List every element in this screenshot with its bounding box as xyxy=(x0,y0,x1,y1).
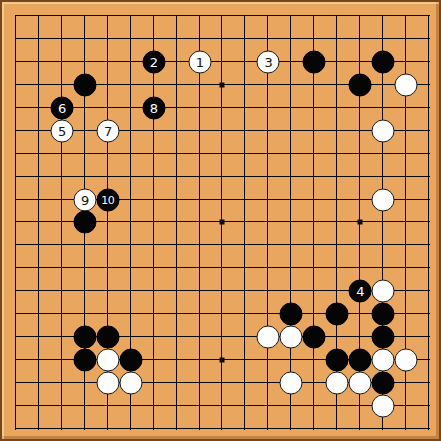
move-number-label: 3 xyxy=(264,55,272,68)
move-number-label: 7 xyxy=(104,124,112,137)
move-9-white-stone[interactable]: 9 xyxy=(73,188,96,211)
black-stone[interactable] xyxy=(326,349,349,372)
black-stone[interactable] xyxy=(372,50,395,73)
move-number-label: 1 xyxy=(196,55,204,68)
black-stone[interactable] xyxy=(96,326,119,349)
move-5-white-stone[interactable]: 5 xyxy=(50,119,73,142)
white-stone[interactable] xyxy=(280,326,303,349)
move-6-black-stone[interactable]: 6 xyxy=(50,96,73,119)
black-stone[interactable] xyxy=(349,349,372,372)
move-1-white-stone[interactable]: 1 xyxy=(188,50,211,73)
move-4-black-stone[interactable]: 4 xyxy=(349,280,372,303)
star-point xyxy=(220,220,225,225)
black-stone[interactable] xyxy=(372,303,395,326)
black-stone[interactable] xyxy=(73,211,96,234)
move-number-label: 6 xyxy=(58,101,66,114)
black-stone[interactable] xyxy=(326,303,349,326)
move-3-white-stone[interactable]: 3 xyxy=(257,50,280,73)
move-number-label: 8 xyxy=(150,101,158,114)
white-stone[interactable] xyxy=(257,326,280,349)
move-2-black-stone[interactable]: 2 xyxy=(142,50,165,73)
white-stone[interactable] xyxy=(349,372,372,395)
move-10-black-stone[interactable]: 10 xyxy=(96,188,119,211)
black-stone[interactable] xyxy=(73,349,96,372)
white-stone[interactable] xyxy=(372,188,395,211)
move-number-label: 9 xyxy=(81,193,89,206)
white-stone[interactable] xyxy=(372,280,395,303)
black-stone[interactable] xyxy=(372,326,395,349)
go-board-diagram: 21368579104 xyxy=(0,0,441,441)
star-point xyxy=(358,220,363,225)
white-stone[interactable] xyxy=(96,349,119,372)
black-stone[interactable] xyxy=(119,349,142,372)
white-stone[interactable] xyxy=(395,73,418,96)
go-board[interactable]: 21368579104 xyxy=(0,0,441,441)
white-stone[interactable] xyxy=(372,395,395,418)
black-stone[interactable] xyxy=(349,73,372,96)
star-point xyxy=(220,82,225,87)
black-stone[interactable] xyxy=(73,326,96,349)
black-stone[interactable] xyxy=(73,73,96,96)
white-stone[interactable] xyxy=(372,349,395,372)
white-stone[interactable] xyxy=(280,372,303,395)
white-stone[interactable] xyxy=(119,372,142,395)
move-number-label: 2 xyxy=(150,55,158,68)
black-stone[interactable] xyxy=(303,326,326,349)
white-stone[interactable] xyxy=(326,372,349,395)
move-number-label: 4 xyxy=(356,285,364,298)
move-number-label: 10 xyxy=(101,194,114,205)
white-stone[interactable] xyxy=(395,349,418,372)
move-8-black-stone[interactable]: 8 xyxy=(142,96,165,119)
black-stone[interactable] xyxy=(280,303,303,326)
white-stone[interactable] xyxy=(96,372,119,395)
white-stone[interactable] xyxy=(372,119,395,142)
black-stone[interactable] xyxy=(372,372,395,395)
star-point xyxy=(220,358,225,363)
move-7-white-stone[interactable]: 7 xyxy=(96,119,119,142)
black-stone[interactable] xyxy=(303,50,326,73)
move-number-label: 5 xyxy=(58,124,66,137)
